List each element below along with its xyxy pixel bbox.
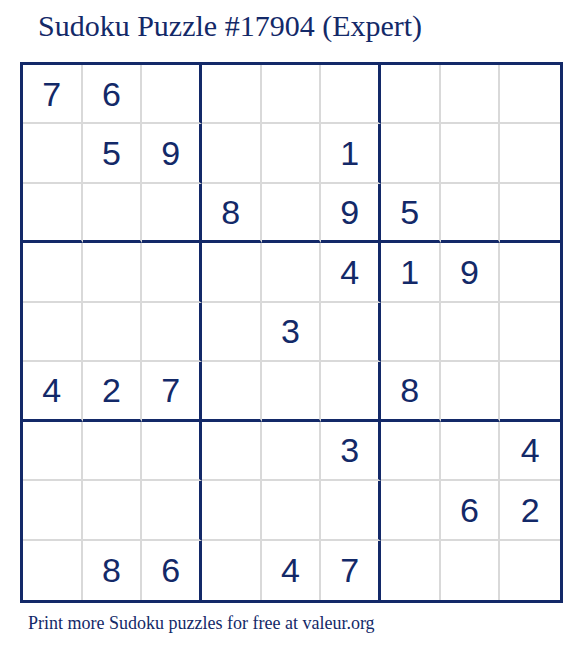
cell-r8c8[interactable]: 6 (441, 481, 501, 540)
given-digit: 4 (521, 433, 540, 467)
cell-r4c3[interactable] (142, 243, 202, 302)
cell-r3c9[interactable] (500, 184, 560, 243)
given-digit: 5 (102, 136, 121, 170)
given-digit: 6 (102, 77, 121, 111)
given-digit: 5 (400, 195, 419, 229)
given-digit: 7 (340, 553, 359, 587)
cell-r6c6[interactable] (321, 362, 381, 421)
cell-r6c1[interactable]: 4 (23, 362, 83, 421)
cell-r7c5[interactable] (262, 422, 322, 481)
cell-r4c4[interactable] (202, 243, 262, 302)
cell-r4c9[interactable] (500, 243, 560, 302)
cell-r1c8[interactable] (441, 65, 501, 124)
given-digit: 8 (400, 373, 419, 407)
cell-r3c1[interactable] (23, 184, 83, 243)
cell-r1c7[interactable] (381, 65, 441, 124)
cell-r5c8[interactable] (441, 303, 501, 362)
cell-r9c1[interactable] (23, 541, 83, 600)
given-digit: 8 (102, 553, 121, 587)
cell-r3c2[interactable] (83, 184, 143, 243)
given-digit: 4 (281, 553, 300, 587)
cell-r4c5[interactable] (262, 243, 322, 302)
given-digit: 6 (161, 553, 180, 587)
cell-r6c7[interactable]: 8 (381, 362, 441, 421)
cell-r7c2[interactable] (83, 422, 143, 481)
given-digit: 9 (340, 195, 359, 229)
given-digit: 7 (42, 77, 61, 111)
given-digit: 9 (161, 136, 180, 170)
cell-r8c2[interactable] (83, 481, 143, 540)
cell-r9c5[interactable]: 4 (262, 541, 322, 600)
cell-r1c4[interactable] (202, 65, 262, 124)
cell-r8c1[interactable] (23, 481, 83, 540)
given-digit: 7 (161, 373, 180, 407)
cell-r5c7[interactable] (381, 303, 441, 362)
cell-r7c8[interactable] (441, 422, 501, 481)
cell-r4c2[interactable] (83, 243, 143, 302)
cell-r3c4[interactable]: 8 (202, 184, 262, 243)
given-digit: 2 (102, 373, 121, 407)
cell-r9c3[interactable]: 6 (142, 541, 202, 600)
cell-r4c8[interactable]: 9 (441, 243, 501, 302)
cell-r8c3[interactable] (142, 481, 202, 540)
cell-r5c5[interactable]: 3 (262, 303, 322, 362)
cell-r7c7[interactable] (381, 422, 441, 481)
cell-r7c1[interactable] (23, 422, 83, 481)
cell-r6c2[interactable]: 2 (83, 362, 143, 421)
cell-r7c3[interactable] (142, 422, 202, 481)
cell-r3c6[interactable]: 9 (321, 184, 381, 243)
cell-r1c6[interactable] (321, 65, 381, 124)
given-digit: 3 (340, 433, 359, 467)
cell-r9c7[interactable] (381, 541, 441, 600)
cell-r2c7[interactable] (381, 124, 441, 183)
cell-r7c6[interactable]: 3 (321, 422, 381, 481)
given-digit: 4 (42, 373, 61, 407)
cell-r3c3[interactable] (142, 184, 202, 243)
page-title: Sudoku Puzzle #17904 (Expert) (38, 9, 422, 42)
given-digit: 2 (521, 493, 540, 527)
cell-r3c8[interactable] (441, 184, 501, 243)
footer-text: Print more Sudoku puzzles for free at va… (28, 613, 375, 635)
cell-r9c4[interactable] (202, 541, 262, 600)
given-digit: 1 (400, 255, 419, 289)
cell-r7c4[interactable] (202, 422, 262, 481)
cell-r3c5[interactable] (262, 184, 322, 243)
cell-r9c9[interactable] (500, 541, 560, 600)
cell-r8c4[interactable] (202, 481, 262, 540)
cell-r9c2[interactable]: 8 (83, 541, 143, 600)
cell-r6c5[interactable] (262, 362, 322, 421)
cell-r3c7[interactable]: 5 (381, 184, 441, 243)
given-digit: 1 (340, 136, 359, 170)
cell-r8c9[interactable]: 2 (500, 481, 560, 540)
cell-r1c1[interactable]: 7 (23, 65, 83, 124)
cell-r8c7[interactable] (381, 481, 441, 540)
cell-r1c2[interactable]: 6 (83, 65, 143, 124)
cell-r2c2[interactable]: 5 (83, 124, 143, 183)
cell-r4c1[interactable] (23, 243, 83, 302)
cell-r5c9[interactable] (500, 303, 560, 362)
cell-r2c1[interactable] (23, 124, 83, 183)
given-digit: 9 (460, 255, 479, 289)
cell-r7c9[interactable]: 4 (500, 422, 560, 481)
cell-r9c8[interactable] (441, 541, 501, 600)
sudoku-board: 765918954193427834628647 (20, 62, 563, 603)
cell-r2c4[interactable] (202, 124, 262, 183)
cell-r2c5[interactable] (262, 124, 322, 183)
cell-r1c3[interactable] (142, 65, 202, 124)
cell-r6c3[interactable]: 7 (142, 362, 202, 421)
given-digit: 4 (340, 255, 359, 289)
given-digit: 6 (460, 493, 479, 527)
cell-r6c9[interactable] (500, 362, 560, 421)
cell-r8c5[interactable] (262, 481, 322, 540)
puzzle-page: Sudoku Puzzle #17904 (Expert) 7659189541… (0, 0, 580, 651)
given-digit: 8 (221, 195, 240, 229)
cell-r5c6[interactable] (321, 303, 381, 362)
cell-r4c6[interactable]: 4 (321, 243, 381, 302)
cell-r2c9[interactable] (500, 124, 560, 183)
cell-r2c3[interactable]: 9 (142, 124, 202, 183)
cell-r2c8[interactable] (441, 124, 501, 183)
cell-r1c9[interactable] (500, 65, 560, 124)
cell-r8c6[interactable] (321, 481, 381, 540)
cell-r5c4[interactable] (202, 303, 262, 362)
cell-r6c4[interactable] (202, 362, 262, 421)
cell-r1c5[interactable] (262, 65, 322, 124)
cell-r6c8[interactable] (441, 362, 501, 421)
cell-r9c6[interactable]: 7 (321, 541, 381, 600)
given-digit: 3 (281, 314, 300, 348)
cell-r5c3[interactable] (142, 303, 202, 362)
cell-r4c7[interactable]: 1 (381, 243, 441, 302)
cell-r2c6[interactable]: 1 (321, 124, 381, 183)
cell-r5c1[interactable] (23, 303, 83, 362)
cell-r5c2[interactable] (83, 303, 143, 362)
